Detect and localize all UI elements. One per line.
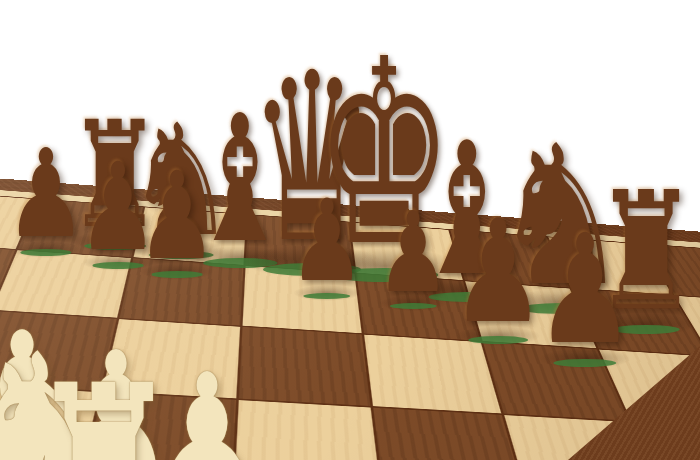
pawn-glyph: ♟ — [376, 197, 450, 308]
pieces-layer: ♜♞♝♛♚♝♞♜♟♟♟♟♟♟♟♟♟♟♞♜ — [0, 0, 700, 460]
pawn-glyph: ♟ — [6, 133, 87, 255]
pawn-glyph: ♟ — [535, 215, 635, 366]
pawn-glyph: ♟ — [290, 185, 365, 298]
chess-set-photo: ♜♞♝♛♚♝♞♜♟♟♟♟♟♟♟♟♟♟♞♜ — [0, 0, 700, 460]
pawn-glyph: ♟ — [451, 201, 545, 343]
rook-glyph: ♜ — [26, 353, 183, 460]
pawn-glyph: ♟ — [137, 156, 217, 277]
